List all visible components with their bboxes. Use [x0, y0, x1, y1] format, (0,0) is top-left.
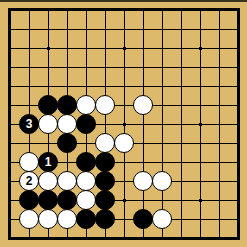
- black-stone: [57, 190, 77, 210]
- black-stone: [76, 114, 96, 134]
- white-stone: [114, 133, 134, 153]
- black-stone: [38, 95, 58, 115]
- white-stone: [57, 171, 77, 191]
- black-stone: [95, 209, 115, 229]
- white-stone: [76, 190, 96, 210]
- white-stone: [57, 114, 77, 134]
- star-point: [47, 47, 50, 50]
- black-stone: [76, 152, 96, 172]
- white-stone: [38, 209, 58, 229]
- star-point: [123, 47, 126, 50]
- white-stone: [95, 95, 115, 115]
- star-point: [199, 123, 202, 126]
- white-stone: [38, 171, 58, 191]
- white-stone: [57, 209, 77, 229]
- black-stone: [95, 190, 115, 210]
- white-stone: [95, 133, 115, 153]
- white-stone: [76, 95, 96, 115]
- white-stone: [19, 209, 39, 229]
- black-stone: [19, 190, 39, 210]
- white-stone-move-2: 2: [19, 171, 39, 191]
- white-stone: [19, 152, 39, 172]
- black-stone: [57, 133, 77, 153]
- white-stone: [152, 209, 172, 229]
- white-stone: [133, 95, 153, 115]
- white-stone: [76, 171, 96, 191]
- star-point: [199, 199, 202, 202]
- star-point: [199, 47, 202, 50]
- black-stone: [57, 95, 77, 115]
- black-stone: [76, 209, 96, 229]
- star-point: [123, 123, 126, 126]
- black-stone-move-3: 3: [19, 114, 39, 134]
- black-stone: [95, 171, 115, 191]
- white-stone: [152, 171, 172, 191]
- black-stone: [95, 152, 115, 172]
- white-stone: [133, 171, 153, 191]
- star-point: [123, 199, 126, 202]
- white-stone: [38, 114, 58, 134]
- black-stone: [38, 190, 58, 210]
- black-stone: [133, 209, 153, 229]
- top-edge-rule: [0, 0, 247, 2]
- black-stone-move-1: 1: [38, 152, 58, 172]
- go-board-diagram: 312: [0, 0, 247, 247]
